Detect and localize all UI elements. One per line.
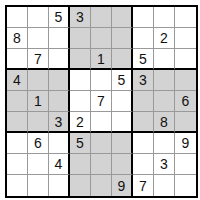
sudoku-digit: 7	[97, 94, 105, 108]
sudoku-cell-r6c3[interactable]: 3	[49, 112, 70, 133]
sudoku-cell-r9c6[interactable]: 9	[112, 175, 133, 196]
sudoku-cell-r5c6[interactable]	[112, 91, 133, 112]
sudoku-digit: 7	[139, 179, 147, 193]
sudoku-cell-r7c2[interactable]: 6	[28, 133, 49, 154]
sudoku-cell-r8c3[interactable]: 4	[49, 154, 70, 175]
sudoku-digit: 5	[55, 10, 63, 24]
sudoku-digit: 8	[160, 115, 168, 129]
sudoku-digit: 1	[97, 52, 105, 66]
sudoku-digit: 4	[55, 157, 63, 171]
sudoku-cell-r3c1[interactable]	[7, 49, 28, 70]
sudoku-digit: 8	[13, 31, 21, 45]
sudoku-cell-r9c2[interactable]	[28, 175, 49, 196]
sudoku-digit: 6	[182, 94, 190, 108]
sudoku-cell-r4c4[interactable]	[70, 70, 91, 91]
sudoku-digit: 5	[76, 136, 84, 150]
sudoku-cell-r3c2[interactable]: 7	[28, 49, 49, 70]
sudoku-cell-r1c1[interactable]	[7, 7, 28, 28]
sudoku-cell-r5c1[interactable]	[7, 91, 28, 112]
sudoku-cell-r7c6[interactable]	[112, 133, 133, 154]
sudoku-cell-r2c6[interactable]	[112, 28, 133, 49]
sudoku-cell-r2c2[interactable]	[28, 28, 49, 49]
sudoku-cell-r1c3[interactable]: 5	[49, 7, 70, 28]
sudoku-digit: 5	[118, 73, 126, 87]
sudoku-cell-r8c1[interactable]	[7, 154, 28, 175]
sudoku-cell-r1c5[interactable]	[91, 7, 112, 28]
sudoku-cell-r6c9[interactable]	[175, 112, 196, 133]
sudoku-cell-r6c2[interactable]	[28, 112, 49, 133]
sudoku-cell-r9c8[interactable]	[154, 175, 175, 196]
sudoku-board: 53827154531763286594397	[5, 5, 198, 198]
sudoku-cell-r8c6[interactable]	[112, 154, 133, 175]
sudoku-cell-r1c7[interactable]	[133, 7, 154, 28]
sudoku-cell-r6c1[interactable]	[7, 112, 28, 133]
sudoku-cell-r2c9[interactable]	[175, 28, 196, 49]
sudoku-cell-r1c8[interactable]	[154, 7, 175, 28]
sudoku-digit: 9	[118, 179, 126, 193]
sudoku-cell-r8c9[interactable]	[175, 154, 196, 175]
sudoku-digit: 2	[76, 115, 84, 129]
sudoku-cell-r7c9[interactable]: 9	[175, 133, 196, 154]
sudoku-cell-r3c6[interactable]	[112, 49, 133, 70]
sudoku-cell-r9c4[interactable]	[70, 175, 91, 196]
sudoku-cell-r8c5[interactable]	[91, 154, 112, 175]
sudoku-cell-r7c3[interactable]	[49, 133, 70, 154]
sudoku-cell-r2c1[interactable]: 8	[7, 28, 28, 49]
sudoku-cell-r9c1[interactable]	[7, 175, 28, 196]
sudoku-cell-r6c8[interactable]: 8	[154, 112, 175, 133]
sudoku-cell-r3c8[interactable]	[154, 49, 175, 70]
sudoku-digit: 3	[139, 73, 147, 87]
sudoku-cell-r4c1[interactable]: 4	[7, 70, 28, 91]
sudoku-cell-r3c4[interactable]	[70, 49, 91, 70]
sudoku-cell-r4c9[interactable]	[175, 70, 196, 91]
sudoku-cell-r9c7[interactable]: 7	[133, 175, 154, 196]
sudoku-cell-r8c2[interactable]	[28, 154, 49, 175]
sudoku-digit: 4	[13, 73, 21, 87]
sudoku-cell-r8c8[interactable]: 3	[154, 154, 175, 175]
sudoku-digit: 6	[34, 136, 42, 150]
sudoku-cell-r3c9[interactable]	[175, 49, 196, 70]
sudoku-digit: 5	[139, 52, 147, 66]
sudoku-cell-r2c7[interactable]	[133, 28, 154, 49]
sudoku-cell-r8c7[interactable]	[133, 154, 154, 175]
sudoku-cell-r5c5[interactable]: 7	[91, 91, 112, 112]
sudoku-cell-r3c3[interactable]	[49, 49, 70, 70]
sudoku-cell-r9c5[interactable]	[91, 175, 112, 196]
sudoku-digit: 3	[160, 157, 168, 171]
sudoku-cell-r6c5[interactable]	[91, 112, 112, 133]
sudoku-cell-r1c6[interactable]	[112, 7, 133, 28]
sudoku-cell-r6c4[interactable]: 2	[70, 112, 91, 133]
sudoku-cell-r7c8[interactable]	[154, 133, 175, 154]
sudoku-digit: 7	[34, 52, 42, 66]
sudoku-cell-r3c7[interactable]: 5	[133, 49, 154, 70]
sudoku-cell-r9c3[interactable]	[49, 175, 70, 196]
sudoku-cell-r4c7[interactable]: 3	[133, 70, 154, 91]
sudoku-cell-r8c4[interactable]	[70, 154, 91, 175]
sudoku-cell-r5c3[interactable]	[49, 91, 70, 112]
sudoku-cell-r7c1[interactable]	[7, 133, 28, 154]
sudoku-cell-r7c7[interactable]	[133, 133, 154, 154]
sudoku-cell-r5c2[interactable]: 1	[28, 91, 49, 112]
sudoku-digit: 2	[160, 31, 168, 45]
sudoku-cell-r5c9[interactable]: 6	[175, 91, 196, 112]
sudoku-cell-r2c4[interactable]	[70, 28, 91, 49]
sudoku-cell-r3c5[interactable]: 1	[91, 49, 112, 70]
sudoku-cell-r4c5[interactable]	[91, 70, 112, 91]
sudoku-cell-r5c4[interactable]	[70, 91, 91, 112]
sudoku-cell-r5c8[interactable]	[154, 91, 175, 112]
sudoku-cell-r2c5[interactable]	[91, 28, 112, 49]
sudoku-digit: 3	[55, 115, 63, 129]
sudoku-cell-r6c6[interactable]	[112, 112, 133, 133]
sudoku-cell-r1c9[interactable]	[175, 7, 196, 28]
sudoku-cell-r7c5[interactable]	[91, 133, 112, 154]
sudoku-digit: 3	[76, 10, 84, 24]
sudoku-cell-r5c7[interactable]	[133, 91, 154, 112]
sudoku-cell-r1c4[interactable]: 3	[70, 7, 91, 28]
sudoku-cell-r4c8[interactable]	[154, 70, 175, 91]
sudoku-cell-r1c2[interactable]	[28, 7, 49, 28]
sudoku-cell-r7c4[interactable]: 5	[70, 133, 91, 154]
sudoku-cell-r9c9[interactable]	[175, 175, 196, 196]
sudoku-digit: 9	[182, 136, 190, 150]
sudoku-cell-r6c7[interactable]	[133, 112, 154, 133]
sudoku-cell-r2c3[interactable]	[49, 28, 70, 49]
sudoku-cell-r4c3[interactable]	[49, 70, 70, 91]
sudoku-cell-r4c6[interactable]: 5	[112, 70, 133, 91]
sudoku-page: 53827154531763286594397	[0, 0, 200, 200]
sudoku-digit: 1	[34, 94, 42, 108]
sudoku-cell-r4c2[interactable]	[28, 70, 49, 91]
sudoku-cell-r2c8[interactable]: 2	[154, 28, 175, 49]
